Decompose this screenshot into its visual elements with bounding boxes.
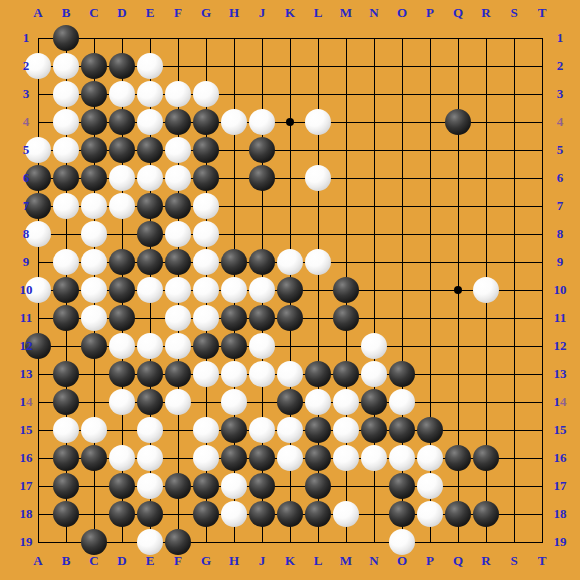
intersection-n9[interactable] (360, 248, 388, 276)
intersection-q13[interactable] (444, 360, 472, 388)
intersection-f9[interactable] (164, 248, 192, 276)
intersection-q15[interactable] (444, 416, 472, 444)
intersection-s13[interactable] (500, 360, 528, 388)
intersection-l8[interactable] (304, 220, 332, 248)
intersection-q6[interactable] (444, 164, 472, 192)
intersection-b1[interactable] (52, 24, 80, 52)
intersection-g14[interactable] (192, 388, 220, 416)
intersection-g16[interactable] (192, 444, 220, 472)
intersection-j7[interactable] (248, 192, 276, 220)
intersection-m11[interactable] (332, 304, 360, 332)
intersection-k15[interactable] (276, 416, 304, 444)
intersection-j19[interactable] (248, 528, 276, 556)
intersection-c19[interactable] (80, 528, 108, 556)
intersection-o1[interactable] (388, 24, 416, 52)
intersection-l10[interactable] (304, 276, 332, 304)
intersection-o16[interactable] (388, 444, 416, 472)
intersection-r16[interactable] (472, 444, 500, 472)
intersection-c16[interactable] (80, 444, 108, 472)
intersection-n15[interactable] (360, 416, 388, 444)
intersection-d8[interactable] (108, 220, 136, 248)
intersection-c8[interactable] (80, 220, 108, 248)
intersection-d13[interactable] (108, 360, 136, 388)
intersection-k17[interactable] (276, 472, 304, 500)
intersection-f18[interactable] (164, 500, 192, 528)
intersection-m10[interactable] (332, 276, 360, 304)
intersection-n18[interactable] (360, 500, 388, 528)
intersection-h6[interactable] (220, 164, 248, 192)
intersection-n17[interactable] (360, 472, 388, 500)
intersection-p18[interactable] (416, 500, 444, 528)
intersection-p15[interactable] (416, 416, 444, 444)
intersection-s10[interactable] (500, 276, 528, 304)
intersection-o13[interactable] (388, 360, 416, 388)
intersection-f13[interactable] (164, 360, 192, 388)
intersection-b3[interactable] (52, 80, 80, 108)
intersection-g15[interactable] (192, 416, 220, 444)
intersection-k6[interactable] (276, 164, 304, 192)
intersection-c9[interactable] (80, 248, 108, 276)
intersection-e17[interactable] (136, 472, 164, 500)
intersection-o8[interactable] (388, 220, 416, 248)
intersection-m6[interactable] (332, 164, 360, 192)
intersection-r8[interactable] (472, 220, 500, 248)
intersection-q7[interactable] (444, 192, 472, 220)
intersection-h1[interactable] (220, 24, 248, 52)
intersection-l6[interactable] (304, 164, 332, 192)
intersection-c11[interactable] (80, 304, 108, 332)
intersection-c10[interactable] (80, 276, 108, 304)
intersection-o15[interactable] (388, 416, 416, 444)
intersection-n4[interactable] (360, 108, 388, 136)
intersection-r15[interactable] (472, 416, 500, 444)
intersection-b13[interactable] (52, 360, 80, 388)
intersection-p6[interactable] (416, 164, 444, 192)
intersection-f15[interactable] (164, 416, 192, 444)
intersection-r17[interactable] (472, 472, 500, 500)
intersection-j17[interactable] (248, 472, 276, 500)
intersection-m3[interactable] (332, 80, 360, 108)
intersection-m13[interactable] (332, 360, 360, 388)
intersection-l19[interactable] (304, 528, 332, 556)
intersection-l1[interactable] (304, 24, 332, 52)
intersection-q11[interactable] (444, 304, 472, 332)
intersection-p5[interactable] (416, 136, 444, 164)
intersection-l16[interactable] (304, 444, 332, 472)
intersection-r4[interactable] (472, 108, 500, 136)
intersection-q10[interactable] (444, 276, 472, 304)
intersection-g2[interactable] (192, 52, 220, 80)
intersection-b7[interactable] (52, 192, 80, 220)
intersection-e12[interactable] (136, 332, 164, 360)
intersection-j9[interactable] (248, 248, 276, 276)
intersection-d9[interactable] (108, 248, 136, 276)
intersection-s5[interactable] (500, 136, 528, 164)
intersection-f3[interactable] (164, 80, 192, 108)
intersection-k14[interactable] (276, 388, 304, 416)
intersection-k11[interactable] (276, 304, 304, 332)
intersection-g1[interactable] (192, 24, 220, 52)
intersection-n16[interactable] (360, 444, 388, 472)
intersection-j12[interactable] (248, 332, 276, 360)
intersection-d15[interactable] (108, 416, 136, 444)
intersection-e10[interactable] (136, 276, 164, 304)
intersection-s4[interactable] (500, 108, 528, 136)
intersection-o19[interactable] (388, 528, 416, 556)
intersection-r14[interactable] (472, 388, 500, 416)
intersection-g11[interactable] (192, 304, 220, 332)
intersection-n6[interactable] (360, 164, 388, 192)
intersection-k9[interactable] (276, 248, 304, 276)
intersection-s6[interactable] (500, 164, 528, 192)
intersection-e4[interactable] (136, 108, 164, 136)
intersection-f8[interactable] (164, 220, 192, 248)
intersection-c15[interactable] (80, 416, 108, 444)
intersection-g6[interactable] (192, 164, 220, 192)
intersection-r3[interactable] (472, 80, 500, 108)
intersection-q19[interactable] (444, 528, 472, 556)
intersection-q16[interactable] (444, 444, 472, 472)
intersection-e11[interactable] (136, 304, 164, 332)
intersection-j2[interactable] (248, 52, 276, 80)
intersection-e3[interactable] (136, 80, 164, 108)
intersection-d14[interactable] (108, 388, 136, 416)
intersection-g4[interactable] (192, 108, 220, 136)
intersection-f19[interactable] (164, 528, 192, 556)
intersection-p12[interactable] (416, 332, 444, 360)
intersection-m15[interactable] (332, 416, 360, 444)
intersection-j4[interactable] (248, 108, 276, 136)
intersection-k7[interactable] (276, 192, 304, 220)
intersection-s9[interactable] (500, 248, 528, 276)
intersection-j5[interactable] (248, 136, 276, 164)
intersection-c4[interactable] (80, 108, 108, 136)
intersection-b8[interactable] (52, 220, 80, 248)
intersection-f5[interactable] (164, 136, 192, 164)
intersection-c5[interactable] (80, 136, 108, 164)
intersection-n13[interactable] (360, 360, 388, 388)
intersection-b11[interactable] (52, 304, 80, 332)
intersection-q12[interactable] (444, 332, 472, 360)
intersection-b12[interactable] (52, 332, 80, 360)
intersection-b6[interactable] (52, 164, 80, 192)
intersection-m19[interactable] (332, 528, 360, 556)
intersection-l12[interactable] (304, 332, 332, 360)
intersection-m16[interactable] (332, 444, 360, 472)
intersection-o12[interactable] (388, 332, 416, 360)
intersection-k16[interactable] (276, 444, 304, 472)
intersection-d11[interactable] (108, 304, 136, 332)
intersection-r10[interactable] (472, 276, 500, 304)
intersection-e18[interactable] (136, 500, 164, 528)
intersection-s16[interactable] (500, 444, 528, 472)
intersection-m4[interactable] (332, 108, 360, 136)
intersection-q14[interactable] (444, 388, 472, 416)
intersection-k2[interactable] (276, 52, 304, 80)
intersection-n12[interactable] (360, 332, 388, 360)
intersection-f16[interactable] (164, 444, 192, 472)
intersection-q1[interactable] (444, 24, 472, 52)
intersection-n10[interactable] (360, 276, 388, 304)
intersection-g13[interactable] (192, 360, 220, 388)
intersection-e1[interactable] (136, 24, 164, 52)
intersection-h3[interactable] (220, 80, 248, 108)
intersection-c14[interactable] (80, 388, 108, 416)
intersection-k4[interactable] (276, 108, 304, 136)
intersection-k10[interactable] (276, 276, 304, 304)
intersection-s3[interactable] (500, 80, 528, 108)
intersection-h8[interactable] (220, 220, 248, 248)
intersection-n8[interactable] (360, 220, 388, 248)
intersection-k5[interactable] (276, 136, 304, 164)
intersection-e14[interactable] (136, 388, 164, 416)
intersection-e2[interactable] (136, 52, 164, 80)
intersection-m9[interactable] (332, 248, 360, 276)
intersection-r2[interactable] (472, 52, 500, 80)
intersection-c18[interactable] (80, 500, 108, 528)
intersection-l9[interactable] (304, 248, 332, 276)
intersection-f7[interactable] (164, 192, 192, 220)
intersection-p2[interactable] (416, 52, 444, 80)
intersection-j15[interactable] (248, 416, 276, 444)
intersection-e9[interactable] (136, 248, 164, 276)
intersection-d3[interactable] (108, 80, 136, 108)
intersection-o14[interactable] (388, 388, 416, 416)
intersection-g7[interactable] (192, 192, 220, 220)
intersection-f14[interactable] (164, 388, 192, 416)
intersection-j13[interactable] (248, 360, 276, 388)
intersection-j11[interactable] (248, 304, 276, 332)
intersection-d7[interactable] (108, 192, 136, 220)
intersection-l17[interactable] (304, 472, 332, 500)
intersection-q18[interactable] (444, 500, 472, 528)
intersection-d10[interactable] (108, 276, 136, 304)
intersection-p9[interactable] (416, 248, 444, 276)
board-grid[interactable] (24, 24, 556, 556)
intersection-b15[interactable] (52, 416, 80, 444)
intersection-b10[interactable] (52, 276, 80, 304)
intersection-l15[interactable] (304, 416, 332, 444)
intersection-e8[interactable] (136, 220, 164, 248)
intersection-m14[interactable] (332, 388, 360, 416)
intersection-p19[interactable] (416, 528, 444, 556)
intersection-s7[interactable] (500, 192, 528, 220)
intersection-r7[interactable] (472, 192, 500, 220)
intersection-q2[interactable] (444, 52, 472, 80)
intersection-o4[interactable] (388, 108, 416, 136)
intersection-q3[interactable] (444, 80, 472, 108)
intersection-g12[interactable] (192, 332, 220, 360)
intersection-n19[interactable] (360, 528, 388, 556)
intersection-l11[interactable] (304, 304, 332, 332)
intersection-f12[interactable] (164, 332, 192, 360)
intersection-b2[interactable] (52, 52, 80, 80)
intersection-k18[interactable] (276, 500, 304, 528)
intersection-e13[interactable] (136, 360, 164, 388)
intersection-g3[interactable] (192, 80, 220, 108)
intersection-p4[interactable] (416, 108, 444, 136)
intersection-m18[interactable] (332, 500, 360, 528)
intersection-n2[interactable] (360, 52, 388, 80)
intersection-q17[interactable] (444, 472, 472, 500)
intersection-d12[interactable] (108, 332, 136, 360)
intersection-r6[interactable] (472, 164, 500, 192)
intersection-h7[interactable] (220, 192, 248, 220)
intersection-d18[interactable] (108, 500, 136, 528)
intersection-r11[interactable] (472, 304, 500, 332)
intersection-g8[interactable] (192, 220, 220, 248)
intersection-d5[interactable] (108, 136, 136, 164)
intersection-k12[interactable] (276, 332, 304, 360)
intersection-h15[interactable] (220, 416, 248, 444)
intersection-q4[interactable] (444, 108, 472, 136)
intersection-s12[interactable] (500, 332, 528, 360)
intersection-c1[interactable] (80, 24, 108, 52)
intersection-m2[interactable] (332, 52, 360, 80)
intersection-p14[interactable] (416, 388, 444, 416)
intersection-f6[interactable] (164, 164, 192, 192)
intersection-g18[interactable] (192, 500, 220, 528)
intersection-p8[interactable] (416, 220, 444, 248)
intersection-f11[interactable] (164, 304, 192, 332)
intersection-h2[interactable] (220, 52, 248, 80)
intersection-b14[interactable] (52, 388, 80, 416)
intersection-e16[interactable] (136, 444, 164, 472)
intersection-h14[interactable] (220, 388, 248, 416)
intersection-d16[interactable] (108, 444, 136, 472)
intersection-j10[interactable] (248, 276, 276, 304)
intersection-s15[interactable] (500, 416, 528, 444)
intersection-s2[interactable] (500, 52, 528, 80)
intersection-l7[interactable] (304, 192, 332, 220)
intersection-d1[interactable] (108, 24, 136, 52)
intersection-k3[interactable] (276, 80, 304, 108)
intersection-p10[interactable] (416, 276, 444, 304)
intersection-p17[interactable] (416, 472, 444, 500)
intersection-k1[interactable] (276, 24, 304, 52)
intersection-q8[interactable] (444, 220, 472, 248)
intersection-r18[interactable] (472, 500, 500, 528)
intersection-m1[interactable] (332, 24, 360, 52)
intersection-l4[interactable] (304, 108, 332, 136)
intersection-s11[interactable] (500, 304, 528, 332)
intersection-e5[interactable] (136, 136, 164, 164)
intersection-b19[interactable] (52, 528, 80, 556)
intersection-h18[interactable] (220, 500, 248, 528)
intersection-q9[interactable] (444, 248, 472, 276)
intersection-n1[interactable] (360, 24, 388, 52)
intersection-e7[interactable] (136, 192, 164, 220)
intersection-h17[interactable] (220, 472, 248, 500)
intersection-c6[interactable] (80, 164, 108, 192)
intersection-f1[interactable] (164, 24, 192, 52)
intersection-q5[interactable] (444, 136, 472, 164)
intersection-o3[interactable] (388, 80, 416, 108)
intersection-j18[interactable] (248, 500, 276, 528)
intersection-g5[interactable] (192, 136, 220, 164)
intersection-h19[interactable] (220, 528, 248, 556)
intersection-l13[interactable] (304, 360, 332, 388)
intersection-s19[interactable] (500, 528, 528, 556)
intersection-j8[interactable] (248, 220, 276, 248)
intersection-k8[interactable] (276, 220, 304, 248)
intersection-h4[interactable] (220, 108, 248, 136)
intersection-r13[interactable] (472, 360, 500, 388)
intersection-e19[interactable] (136, 528, 164, 556)
intersection-d4[interactable] (108, 108, 136, 136)
intersection-r9[interactable] (472, 248, 500, 276)
intersection-c2[interactable] (80, 52, 108, 80)
intersection-h5[interactable] (220, 136, 248, 164)
intersection-d17[interactable] (108, 472, 136, 500)
intersection-c7[interactable] (80, 192, 108, 220)
intersection-j16[interactable] (248, 444, 276, 472)
intersection-o17[interactable] (388, 472, 416, 500)
intersection-d19[interactable] (108, 528, 136, 556)
intersection-g10[interactable] (192, 276, 220, 304)
intersection-j14[interactable] (248, 388, 276, 416)
intersection-f10[interactable] (164, 276, 192, 304)
intersection-m5[interactable] (332, 136, 360, 164)
intersection-h10[interactable] (220, 276, 248, 304)
intersection-s8[interactable] (500, 220, 528, 248)
intersection-j1[interactable] (248, 24, 276, 52)
intersection-n5[interactable] (360, 136, 388, 164)
intersection-j6[interactable] (248, 164, 276, 192)
intersection-o18[interactable] (388, 500, 416, 528)
intersection-k13[interactable] (276, 360, 304, 388)
intersection-l18[interactable] (304, 500, 332, 528)
intersection-r5[interactable] (472, 136, 500, 164)
intersection-h12[interactable] (220, 332, 248, 360)
intersection-r12[interactable] (472, 332, 500, 360)
intersection-b4[interactable] (52, 108, 80, 136)
intersection-p16[interactable] (416, 444, 444, 472)
intersection-o9[interactable] (388, 248, 416, 276)
intersection-h9[interactable] (220, 248, 248, 276)
intersection-m17[interactable] (332, 472, 360, 500)
intersection-s18[interactable] (500, 500, 528, 528)
intersection-o7[interactable] (388, 192, 416, 220)
intersection-p1[interactable] (416, 24, 444, 52)
intersection-s1[interactable] (500, 24, 528, 52)
intersection-o11[interactable] (388, 304, 416, 332)
intersection-c3[interactable] (80, 80, 108, 108)
intersection-f17[interactable] (164, 472, 192, 500)
intersection-d2[interactable] (108, 52, 136, 80)
intersection-e15[interactable] (136, 416, 164, 444)
intersection-h16[interactable] (220, 444, 248, 472)
intersection-r19[interactable] (472, 528, 500, 556)
intersection-l14[interactable] (304, 388, 332, 416)
intersection-g19[interactable] (192, 528, 220, 556)
intersection-f2[interactable] (164, 52, 192, 80)
intersection-p3[interactable] (416, 80, 444, 108)
intersection-l3[interactable] (304, 80, 332, 108)
intersection-s17[interactable] (500, 472, 528, 500)
intersection-b18[interactable] (52, 500, 80, 528)
intersection-c17[interactable] (80, 472, 108, 500)
intersection-d6[interactable] (108, 164, 136, 192)
intersection-b17[interactable] (52, 472, 80, 500)
intersection-j3[interactable] (248, 80, 276, 108)
intersection-o10[interactable] (388, 276, 416, 304)
intersection-o6[interactable] (388, 164, 416, 192)
intersection-g9[interactable] (192, 248, 220, 276)
intersection-m12[interactable] (332, 332, 360, 360)
intersection-o5[interactable] (388, 136, 416, 164)
intersection-p13[interactable] (416, 360, 444, 388)
